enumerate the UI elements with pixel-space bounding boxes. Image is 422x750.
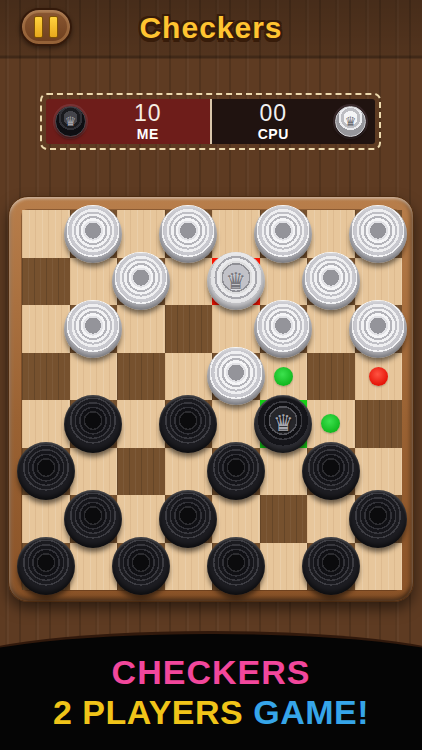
square-r4c7[interactable]	[355, 400, 403, 448]
square-r4c5[interactable]: ♛	[260, 400, 308, 448]
white-king-piece[interactable]: ♛	[207, 252, 265, 310]
square-r6c3[interactable]	[165, 495, 213, 543]
square-r7c5[interactable]	[260, 543, 308, 591]
black-man-piece[interactable]	[159, 490, 217, 548]
square-r4c6[interactable]	[307, 400, 355, 448]
square-r6c7[interactable]	[355, 495, 403, 543]
banner-subtitle-yellow: 2 PLAYERS	[53, 693, 253, 731]
white-man-piece[interactable]	[349, 300, 407, 358]
me-piece-icon: ♛	[55, 106, 86, 137]
white-man-piece[interactable]	[64, 205, 122, 263]
black-man-piece[interactable]	[302, 537, 360, 595]
square-r4c0[interactable]	[22, 400, 70, 448]
board-frame: ♛♛	[8, 196, 414, 602]
white-man-piece[interactable]	[112, 252, 170, 310]
black-man-piece[interactable]	[17, 442, 75, 500]
square-r2c2[interactable]	[117, 305, 165, 353]
square-r3c5[interactable]	[260, 353, 308, 401]
black-man-piece[interactable]	[64, 490, 122, 548]
square-r6c4[interactable]	[212, 495, 260, 543]
square-r6c5[interactable]	[260, 495, 308, 543]
black-man-piece[interactable]	[17, 537, 75, 595]
scoreboard-cpu-panel: 00 CPU ♛	[212, 99, 376, 144]
white-man-piece[interactable]	[254, 300, 312, 358]
square-r5c6[interactable]	[307, 448, 355, 496]
square-r0c6[interactable]	[307, 210, 355, 258]
square-r0c2[interactable]	[117, 210, 165, 258]
square-r3c6[interactable]	[307, 353, 355, 401]
square-r3c0[interactable]	[22, 353, 70, 401]
banner-subtitle: 2 PLAYERS GAME!	[0, 693, 422, 732]
square-r2c1[interactable]	[70, 305, 118, 353]
black-man-piece[interactable]	[207, 537, 265, 595]
square-r3c1[interactable]	[70, 353, 118, 401]
square-r7c1[interactable]	[70, 543, 118, 591]
square-r0c7[interactable]	[355, 210, 403, 258]
black-king-piece[interactable]: ♛	[254, 395, 312, 453]
square-r1c4[interactable]: ♛	[212, 258, 260, 306]
square-r4c3[interactable]	[165, 400, 213, 448]
banner-subtitle-blue: GAME!	[253, 693, 369, 731]
cpu-piece-icon: ♛	[335, 106, 366, 137]
square-r5c2[interactable]	[117, 448, 165, 496]
board-grid: ♛♛	[22, 210, 400, 590]
me-score: 10	[134, 102, 162, 125]
square-r7c2[interactable]	[117, 543, 165, 591]
white-man-piece[interactable]	[349, 205, 407, 263]
square-r2c5[interactable]	[260, 305, 308, 353]
green-move-dot[interactable]	[321, 414, 340, 433]
crown-icon: ♛	[207, 252, 265, 310]
square-r6c0[interactable]	[22, 495, 70, 543]
square-r2c6[interactable]	[307, 305, 355, 353]
black-man-piece[interactable]	[64, 395, 122, 453]
square-r5c0[interactable]	[22, 448, 70, 496]
square-r0c4[interactable]	[212, 210, 260, 258]
square-r5c4[interactable]	[212, 448, 260, 496]
square-r3c2[interactable]	[117, 353, 165, 401]
square-r3c7[interactable]	[355, 353, 403, 401]
square-r4c1[interactable]	[70, 400, 118, 448]
square-r6c1[interactable]	[70, 495, 118, 543]
square-r0c0[interactable]	[22, 210, 70, 258]
square-r5c1[interactable]	[70, 448, 118, 496]
cpu-score-block: 00 CPU	[212, 102, 336, 141]
white-man-piece[interactable]	[64, 300, 122, 358]
square-r1c0[interactable]	[22, 258, 70, 306]
crown-icon: ♛	[254, 395, 312, 453]
page-title: Checkers	[0, 11, 422, 45]
square-r7c4[interactable]	[212, 543, 260, 591]
crown-icon: ♛	[56, 107, 85, 136]
black-man-piece[interactable]	[349, 490, 407, 548]
square-r0c1[interactable]	[70, 210, 118, 258]
banner-title: CHECKERS	[0, 653, 422, 692]
square-r4c2[interactable]	[117, 400, 165, 448]
square-r4c4[interactable]	[212, 400, 260, 448]
square-r6c2[interactable]	[117, 495, 165, 543]
crown-icon: ♛	[336, 107, 365, 136]
green-move-dot[interactable]	[274, 367, 293, 386]
square-r1c3[interactable]	[165, 258, 213, 306]
black-man-piece[interactable]	[112, 537, 170, 595]
me-label: ME	[137, 127, 159, 141]
square-r0c5[interactable]	[260, 210, 308, 258]
square-r7c6[interactable]	[307, 543, 355, 591]
black-man-piece[interactable]	[159, 395, 217, 453]
square-r1c2[interactable]	[117, 258, 165, 306]
square-r0c3[interactable]	[165, 210, 213, 258]
square-r6c6[interactable]	[307, 495, 355, 543]
square-r7c7[interactable]	[355, 543, 403, 591]
square-r2c3[interactable]	[165, 305, 213, 353]
scoreboard: ♛ 10 ME 00 CPU ♛	[40, 93, 381, 150]
square-r1c7[interactable]	[355, 258, 403, 306]
me-score-block: 10 ME	[86, 102, 210, 141]
red-move-dot[interactable]	[369, 367, 388, 386]
square-r5c5[interactable]	[260, 448, 308, 496]
square-r2c0[interactable]	[22, 305, 70, 353]
square-r1c1[interactable]	[70, 258, 118, 306]
square-r3c4[interactable]	[212, 353, 260, 401]
square-r5c3[interactable]	[165, 448, 213, 496]
square-r1c6[interactable]	[307, 258, 355, 306]
cpu-score: 00	[259, 102, 287, 125]
scoreboard-me-panel: ♛ 10 ME	[46, 99, 210, 144]
square-r7c3[interactable]	[165, 543, 213, 591]
black-man-piece[interactable]	[207, 442, 265, 500]
square-r2c7[interactable]	[355, 305, 403, 353]
square-r1c5[interactable]	[260, 258, 308, 306]
cpu-label: CPU	[258, 127, 289, 141]
white-man-piece[interactable]	[302, 252, 360, 310]
app-screen: Checkers ♛ 10 ME 00 CPU ♛ ♛♛ CHECKERS 2 …	[0, 0, 422, 750]
square-r3c3[interactable]	[165, 353, 213, 401]
black-man-piece[interactable]	[302, 442, 360, 500]
square-r7c0[interactable]	[22, 543, 70, 591]
square-r2c4[interactable]	[212, 305, 260, 353]
square-r5c7[interactable]	[355, 448, 403, 496]
